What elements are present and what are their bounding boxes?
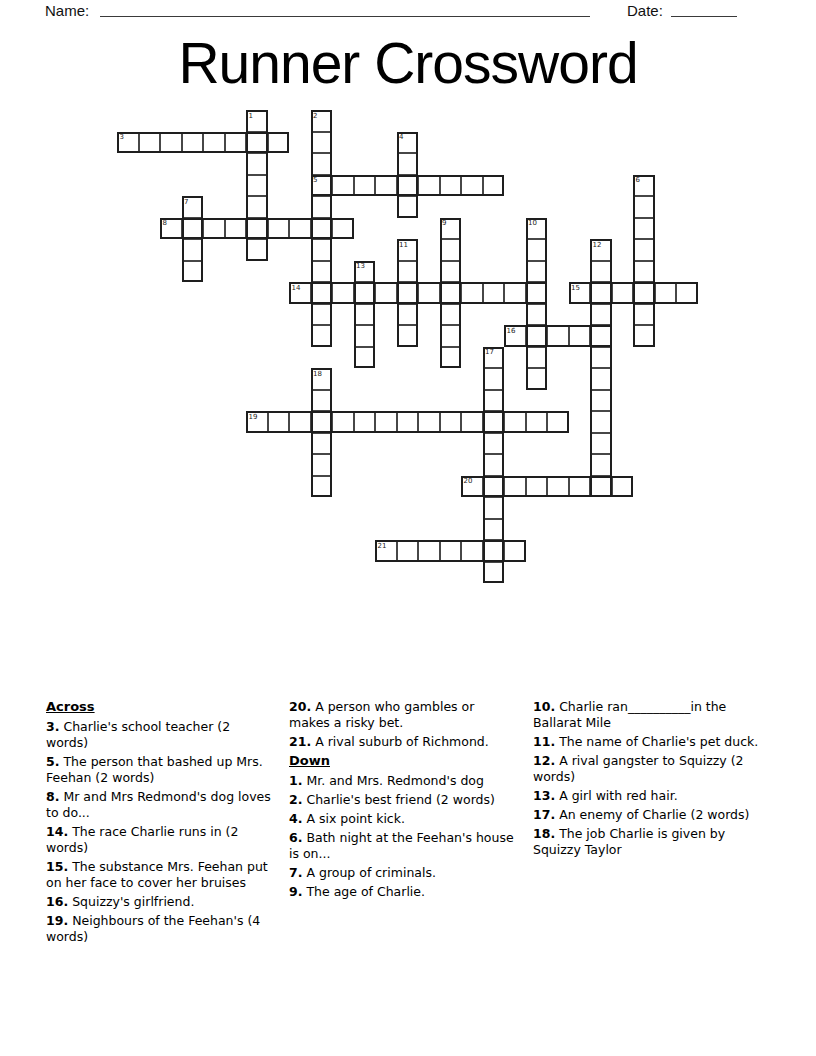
across-heading: Across: [46, 699, 275, 715]
cell-r17c16[interactable]: [461, 476, 483, 498]
cell-r2c9[interactable]: [311, 153, 333, 175]
cell-r6c19[interactable]: [526, 239, 548, 261]
clue-across-19: 19. Neighbours of the Feehan's (4 words): [46, 913, 275, 945]
cell-r4c13[interactable]: [397, 196, 419, 218]
cell-r16c17[interactable]: [483, 454, 505, 476]
cell-r3c16[interactable]: [461, 175, 483, 197]
clue-across-21: 21. A rival suburb of Richmond.: [289, 734, 518, 750]
cell-r6c3[interactable]: [182, 239, 204, 261]
clue-column-3: 10. Charlie ran__________in the Ballarat…: [533, 699, 775, 861]
clue-down-9: 9. The age of Charlie.: [289, 884, 518, 900]
cell-r20c13[interactable]: [397, 540, 419, 562]
crossword-worksheet: { "game": "crossword", "header": { "name…: [0, 0, 816, 1056]
cell-r8c26[interactable]: [676, 282, 698, 304]
cell-r7c3[interactable]: [182, 261, 204, 283]
clue-column-1: Across3. Charlie's school teacher (2 wor…: [46, 699, 275, 948]
cell-r11c22[interactable]: [590, 347, 612, 369]
cell-r9c22[interactable]: [590, 304, 612, 326]
cell-r1c2[interactable]: [160, 132, 182, 154]
date-blank-line: [671, 4, 737, 17]
cell-r9c15[interactable]: [440, 304, 462, 326]
clue-across-3: 3. Charlie's school teacher (2 words): [46, 719, 275, 751]
cell-r8c12[interactable]: [375, 282, 397, 304]
cell-r4c24[interactable]: [633, 196, 655, 218]
cell-r1c5[interactable]: [225, 132, 247, 154]
clue-down-17: 17. An enemy of Charlie (2 words): [533, 807, 775, 823]
cell-r5c9[interactable]: [311, 218, 333, 240]
cell-r14c19[interactable]: [526, 411, 548, 433]
cell-r14c22[interactable]: [590, 411, 612, 433]
clue-across-20: 20. A person who gambles or makes a risk…: [289, 699, 518, 731]
cell-r13c17[interactable]: [483, 390, 505, 412]
cell-r8c21[interactable]: [569, 282, 591, 304]
clue-across-16: 16. Squizzy's girlfriend.: [46, 894, 275, 910]
cell-r8c16[interactable]: [461, 282, 483, 304]
crossword-grid: 123456789101112131415161718192021: [117, 110, 698, 583]
clue-down-2: 2. Charlie's best friend (2 words): [289, 792, 518, 808]
cell-r2c13[interactable]: [397, 153, 419, 175]
cell-r20c12[interactable]: [375, 540, 397, 562]
cell-r19c17[interactable]: [483, 519, 505, 541]
cell-r12c9[interactable]: [311, 368, 333, 390]
cell-r4c9[interactable]: [311, 196, 333, 218]
clue-down-13: 13. A girl with red hair.: [533, 788, 775, 804]
cell-r14c6[interactable]: [246, 411, 268, 433]
clue-column-2: 20. A person who gambles or makes a risk…: [289, 699, 518, 903]
cell-r11c17[interactable]: [483, 347, 505, 369]
cell-r11c15[interactable]: [440, 347, 462, 369]
cell-r3c10[interactable]: [332, 175, 354, 197]
cell-r14c8[interactable]: [289, 411, 311, 433]
cell-r5c10[interactable]: [332, 218, 354, 240]
cell-r10c20[interactable]: [547, 325, 569, 347]
cell-r0c6[interactable]: [246, 110, 268, 132]
cell-r3c12[interactable]: [375, 175, 397, 197]
cell-r5c19[interactable]: [526, 218, 548, 240]
cell-r17c23[interactable]: [612, 476, 634, 498]
cell-r10c24[interactable]: [633, 325, 655, 347]
cell-r5c15[interactable]: [440, 218, 462, 240]
cell-r8c17[interactable]: [483, 282, 505, 304]
cell-r20c18[interactable]: [504, 540, 526, 562]
cell-r8c8[interactable]: [289, 282, 311, 304]
clue-down-10: 10. Charlie ran__________in the Ballarat…: [533, 699, 775, 731]
cell-r10c13[interactable]: [397, 325, 419, 347]
cell-r8c25[interactable]: [655, 282, 677, 304]
cell-r18c17[interactable]: [483, 497, 505, 519]
cell-r1c0[interactable]: [117, 132, 139, 154]
cell-r16c9[interactable]: [311, 454, 333, 476]
cell-r20c15[interactable]: [440, 540, 462, 562]
cell-r17c20[interactable]: [547, 476, 569, 498]
cell-r7c9[interactable]: [311, 261, 333, 283]
cell-r9c13[interactable]: [397, 304, 419, 326]
cell-r14c16[interactable]: [461, 411, 483, 433]
cell-r7c11[interactable]: [354, 261, 376, 283]
cell-r15c9[interactable]: [311, 433, 333, 455]
cell-r12c17[interactable]: [483, 368, 505, 390]
cell-r5c2[interactable]: [160, 218, 182, 240]
cell-r3c11[interactable]: [354, 175, 376, 197]
cell-r17c22[interactable]: [590, 476, 612, 498]
cell-r15c22[interactable]: [590, 433, 612, 455]
cell-r5c3[interactable]: [182, 218, 204, 240]
cell-r10c18[interactable]: [504, 325, 526, 347]
cell-r6c15[interactable]: [440, 239, 462, 261]
clue-down-12: 12. A rival gangster to Squizzy (2 words…: [533, 753, 775, 785]
cell-r9c19[interactable]: [526, 304, 548, 326]
cell-r3c9[interactable]: [311, 175, 333, 197]
down-heading: Down: [289, 753, 518, 769]
cell-r0c9[interactable]: [311, 110, 333, 132]
cell-r17c17[interactable]: [483, 476, 505, 498]
cell-r7c19[interactable]: [526, 261, 548, 283]
cell-r13c9[interactable]: [311, 390, 333, 412]
cell-r1c1[interactable]: [139, 132, 161, 154]
clue-across-14: 14. The race Charlie runs in (2 words): [46, 824, 275, 856]
cell-r7c24[interactable]: [633, 261, 655, 283]
cell-r8c14[interactable]: [418, 282, 440, 304]
cell-r12c19[interactable]: [526, 368, 548, 390]
cell-r13c22[interactable]: [590, 390, 612, 412]
cell-r11c11[interactable]: [354, 347, 376, 369]
cell-r20c14[interactable]: [418, 540, 440, 562]
clue-down-7: 7. A group of criminals.: [289, 865, 518, 881]
cell-r8c15[interactable]: [440, 282, 462, 304]
cell-r12c22[interactable]: [590, 368, 612, 390]
cell-r10c19[interactable]: [526, 325, 548, 347]
cell-r8c9[interactable]: [311, 282, 333, 304]
cell-r3c13[interactable]: [397, 175, 419, 197]
cell-r10c9[interactable]: [311, 325, 333, 347]
cell-r10c21[interactable]: [569, 325, 591, 347]
cell-r14c7[interactable]: [268, 411, 290, 433]
cell-r6c9[interactable]: [311, 239, 333, 261]
cell-r16c22[interactable]: [590, 454, 612, 476]
cell-r4c3[interactable]: [182, 196, 204, 218]
cell-r1c3[interactable]: [182, 132, 204, 154]
cell-r7c13[interactable]: [397, 261, 419, 283]
cell-r8c11[interactable]: [354, 282, 376, 304]
cell-r3c6[interactable]: [246, 175, 268, 197]
name-label: Name:: [45, 2, 89, 19]
cell-r1c7[interactable]: [268, 132, 290, 154]
cell-r10c15[interactable]: [440, 325, 462, 347]
cell-r1c13[interactable]: [397, 132, 419, 154]
clue-down-11: 11. The name of Charlie's pet duck.: [533, 734, 775, 750]
cell-r4c6[interactable]: [246, 196, 268, 218]
cell-r14c13[interactable]: [397, 411, 419, 433]
cell-r6c13[interactable]: [397, 239, 419, 261]
cell-r7c22[interactable]: [590, 261, 612, 283]
cell-r14c20[interactable]: [547, 411, 569, 433]
cell-r20c17[interactable]: [483, 540, 505, 562]
page-title: Runner Crossword: [0, 34, 816, 94]
cell-r11c19[interactable]: [526, 347, 548, 369]
cell-r5c4[interactable]: [203, 218, 225, 240]
cell-r8c18[interactable]: [504, 282, 526, 304]
clue-across-5: 5. The person that bashed up Mrs. Feehan…: [46, 754, 275, 786]
cell-r14c17[interactable]: [483, 411, 505, 433]
cell-r6c6[interactable]: [246, 239, 268, 261]
cell-r8c10[interactable]: [332, 282, 354, 304]
cell-r8c13[interactable]: [397, 282, 419, 304]
cell-r15c17[interactable]: [483, 433, 505, 455]
cell-r14c10[interactable]: [332, 411, 354, 433]
clue-down-1: 1. Mr. and Mrs. Redmond's dog: [289, 773, 518, 789]
clue-down-4: 4. A six point kick.: [289, 811, 518, 827]
cell-r14c15[interactable]: [440, 411, 462, 433]
cell-r3c14[interactable]: [418, 175, 440, 197]
cell-r8c23[interactable]: [612, 282, 634, 304]
cell-r5c8[interactable]: [289, 218, 311, 240]
clue-down-6: 6. Bath night at the Feehan's house is o…: [289, 830, 518, 862]
clue-across-8: 8. Mr and Mrs Redmond's dog loves to do.…: [46, 789, 275, 821]
name-blank-line: [100, 4, 590, 17]
cell-r9c11[interactable]: [354, 304, 376, 326]
cell-r1c6[interactable]: [246, 132, 268, 154]
cell-r3c15[interactable]: [440, 175, 462, 197]
cell-r5c24[interactable]: [633, 218, 655, 240]
cell-r5c5[interactable]: [225, 218, 247, 240]
cell-r6c24[interactable]: [633, 239, 655, 261]
cell-r20c16[interactable]: [461, 540, 483, 562]
cell-r17c21[interactable]: [569, 476, 591, 498]
cell-r14c12[interactable]: [375, 411, 397, 433]
cell-r14c11[interactable]: [354, 411, 376, 433]
clue-across-15: 15. The substance Mrs. Feehan put on her…: [46, 859, 275, 891]
clue-down-18: 18. The job Charlie is given by Squizzy …: [533, 826, 775, 858]
cell-r8c19[interactable]: [526, 282, 548, 304]
cell-r10c22[interactable]: [590, 325, 612, 347]
cell-r3c24[interactable]: [633, 175, 655, 197]
cell-r10c11[interactable]: [354, 325, 376, 347]
cell-r14c14[interactable]: [418, 411, 440, 433]
cell-r6c22[interactable]: [590, 239, 612, 261]
cell-r7c15[interactable]: [440, 261, 462, 283]
cell-r5c6[interactable]: [246, 218, 268, 240]
cell-r5c7[interactable]: [268, 218, 290, 240]
cell-r17c18[interactable]: [504, 476, 526, 498]
cell-r2c6[interactable]: [246, 153, 268, 175]
cell-r9c9[interactable]: [311, 304, 333, 326]
cell-r9c24[interactable]: [633, 304, 655, 326]
cell-r8c22[interactable]: [590, 282, 612, 304]
cell-r14c18[interactable]: [504, 411, 526, 433]
cell-r3c17[interactable]: [483, 175, 505, 197]
cell-r1c9[interactable]: [311, 132, 333, 154]
cell-r1c4[interactable]: [203, 132, 225, 154]
date-label: Date:: [627, 2, 663, 19]
cell-r17c19[interactable]: [526, 476, 548, 498]
cell-r8c24[interactable]: [633, 282, 655, 304]
cell-r17c9[interactable]: [311, 476, 333, 498]
cell-r14c9[interactable]: [311, 411, 333, 433]
cell-r21c17[interactable]: [483, 562, 505, 584]
